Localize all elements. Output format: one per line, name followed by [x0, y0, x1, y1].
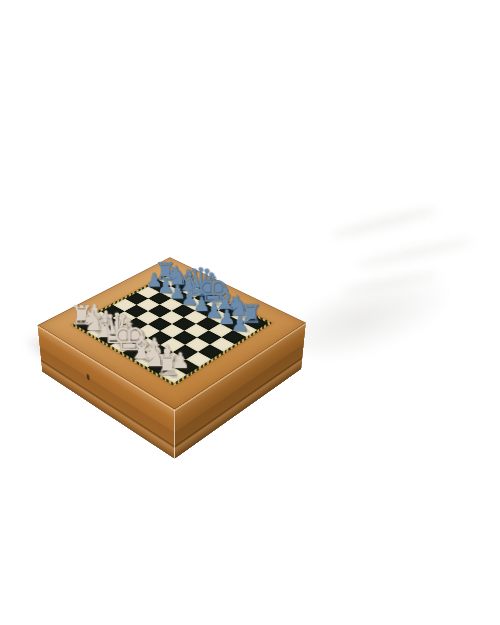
- board-square: [197, 330, 222, 344]
- product-photo: ♜♞♝♛♚♝♞♜♟♟♟♟♟♟♟♟♟♟♟♟♟♟♟♟♜♞♝♛♚♝♞♜: [0, 0, 500, 625]
- piece-white-rook: ♜: [154, 351, 179, 379]
- piece-cast-shadow: [340, 269, 440, 295]
- piece-cast-shadow: [331, 205, 440, 240]
- chess-box: ♜♞♝♛♚♝♞♜♟♟♟♟♟♟♟♟♟♟♟♟♟♟♟♟♜♞♝♛♚♝♞♜: [37, 257, 306, 410]
- piece-blue-pawn: ♟: [230, 313, 248, 333]
- piece-cast-shadow: [355, 236, 474, 271]
- keyhole-icon: [87, 373, 90, 381]
- soft-shadow: [283, 255, 466, 374]
